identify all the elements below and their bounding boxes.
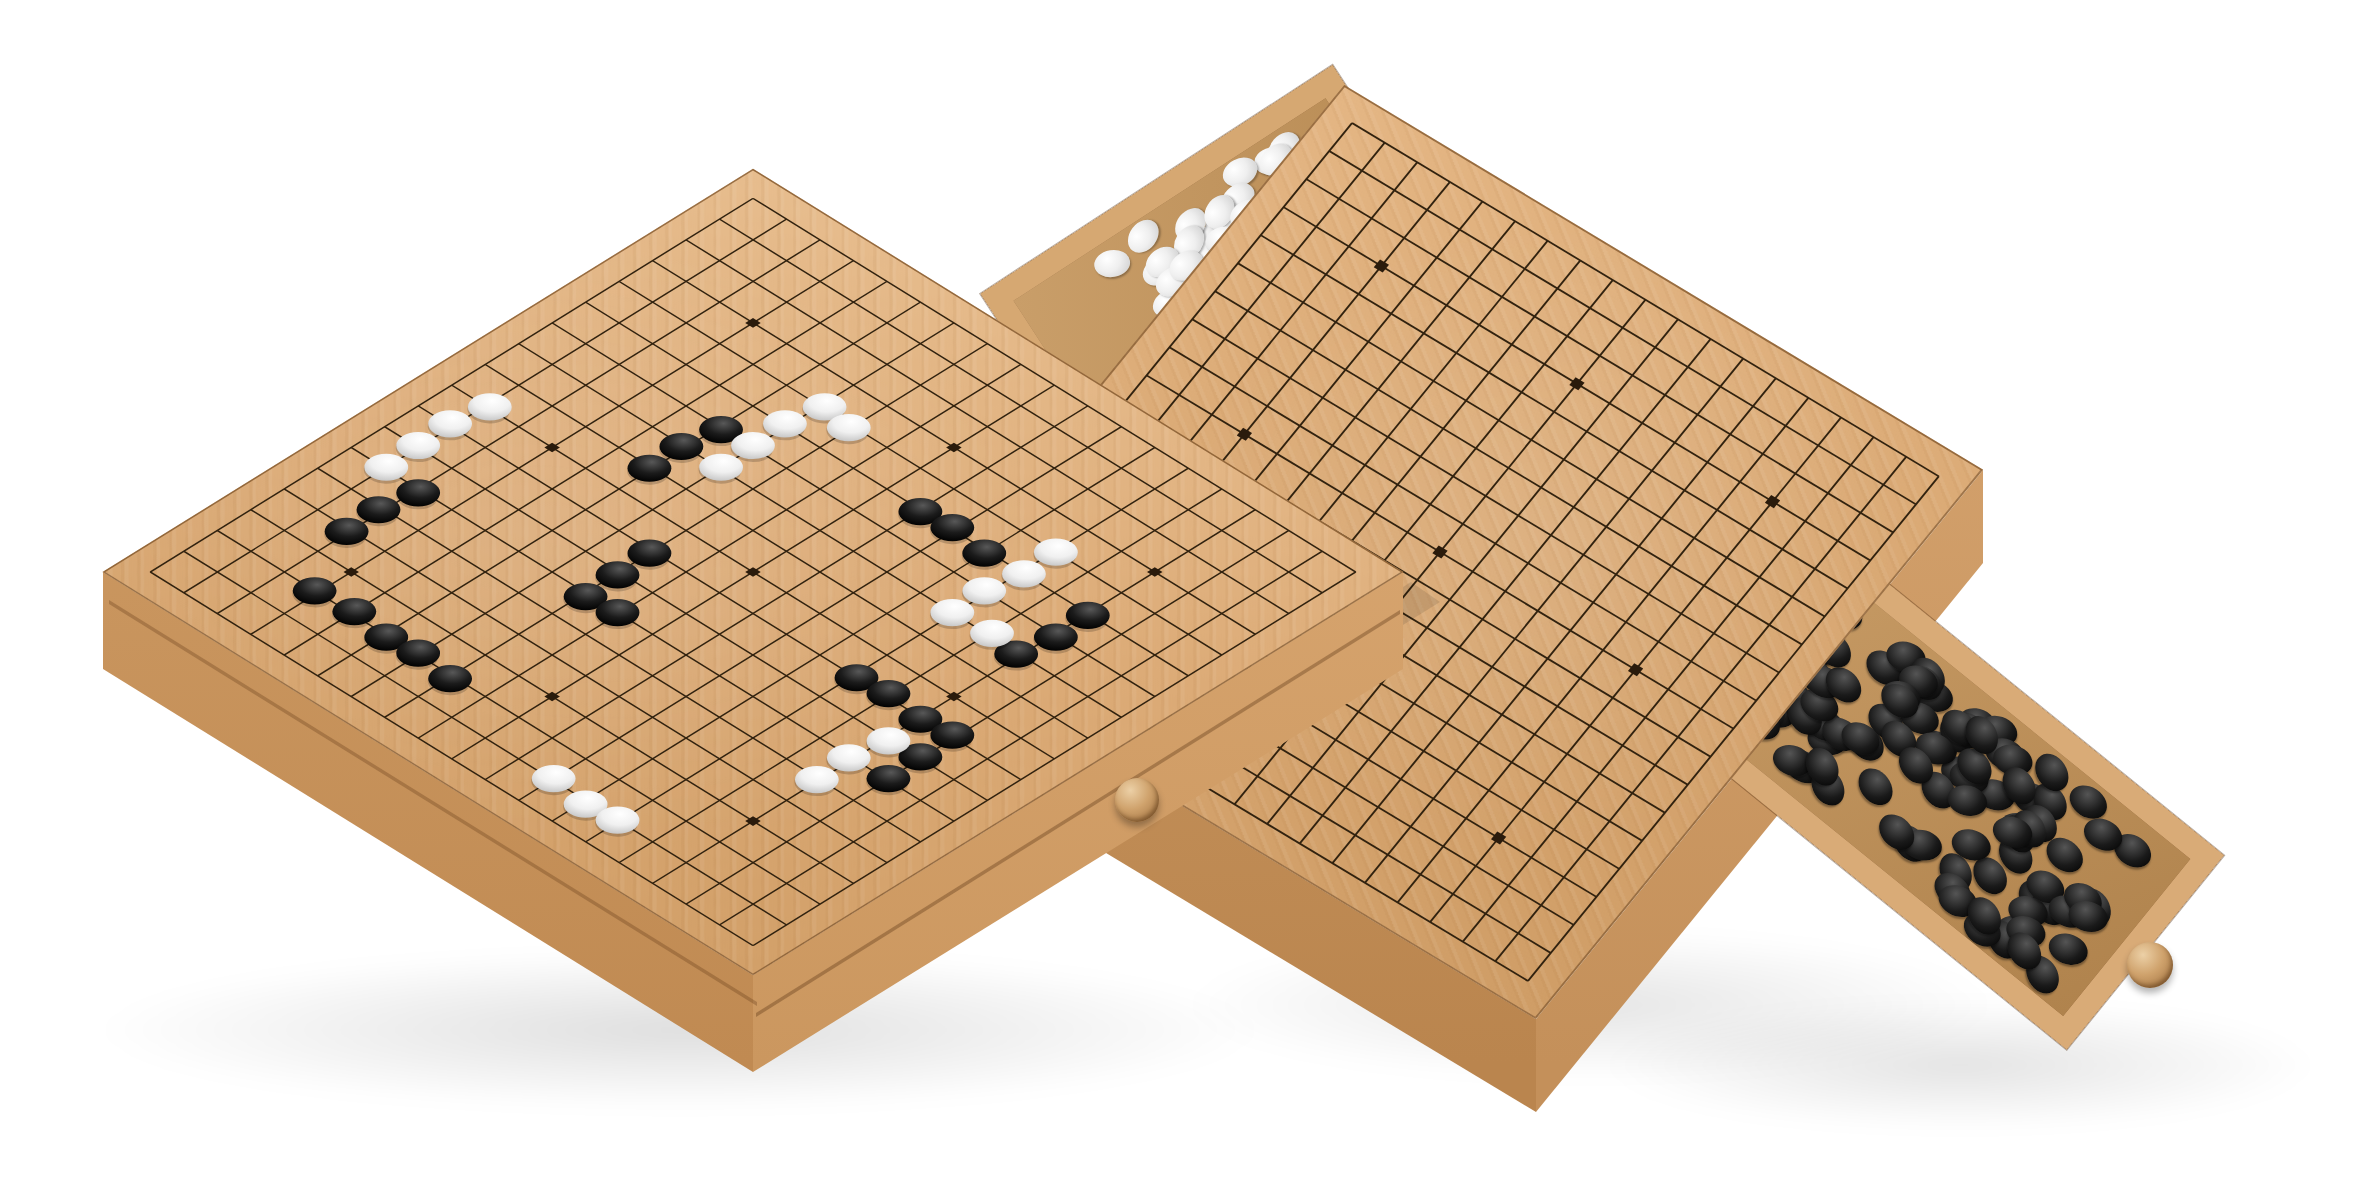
- star-point: [1374, 259, 1389, 272]
- drawer-knob: [2127, 942, 2173, 988]
- star-point: [1491, 831, 1506, 844]
- star-point: [1295, 714, 1310, 727]
- ground-shadow: [1600, 1000, 2320, 1130]
- ground-shadow: [90, 950, 1270, 1110]
- star-point: [1237, 428, 1252, 441]
- drawer-knob: [1115, 778, 1159, 822]
- star-point: [1628, 663, 1643, 676]
- star-point: [1765, 495, 1780, 508]
- star-point: [1432, 545, 1447, 558]
- product-photo-go-boards: [0, 0, 2362, 1181]
- black-tray-stone: [1852, 761, 1900, 811]
- white-tray-stone: [1092, 247, 1132, 279]
- star-point: [1569, 377, 1584, 390]
